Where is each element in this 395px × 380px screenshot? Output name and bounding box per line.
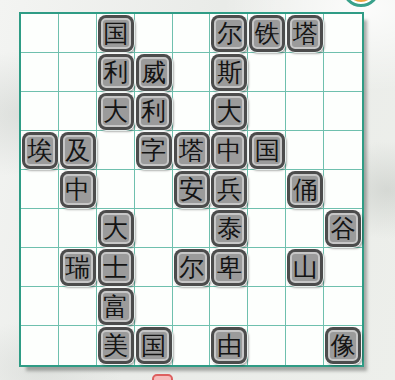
tile-char: 字	[139, 135, 169, 166]
tile-卑[interactable]: 卑	[211, 249, 247, 286]
tile-char: 大	[101, 213, 131, 244]
tile-威[interactable]: 威	[136, 54, 172, 91]
tile-大[interactable]: 大	[98, 210, 134, 247]
tile-中[interactable]: 中	[211, 132, 247, 169]
tile-大[interactable]: 大	[98, 93, 134, 130]
tile-斯[interactable]: 斯	[211, 54, 247, 91]
tile-char: 国	[139, 330, 169, 361]
tile-char: 及	[63, 135, 93, 166]
tile-国[interactable]: 国	[136, 327, 172, 364]
tile-塔[interactable]: 塔	[174, 132, 210, 169]
tile-字[interactable]: 字	[136, 132, 172, 169]
tile-大[interactable]: 大	[211, 93, 247, 130]
tile-char: 由	[214, 330, 244, 361]
tile-国[interactable]: 国	[98, 15, 134, 52]
tile-尔[interactable]: 尔	[174, 249, 210, 286]
tray-tile-peek[interactable]	[152, 374, 173, 380]
tile-利[interactable]: 利	[98, 54, 134, 91]
tile-char: 塔	[290, 18, 320, 49]
tile-char: 瑞	[63, 252, 93, 283]
tile-国[interactable]: 国	[249, 132, 285, 169]
tile-山[interactable]: 山	[287, 249, 323, 286]
tile-兵[interactable]: 兵	[211, 171, 247, 208]
tile-char: 中	[214, 135, 244, 166]
tile-char: 利	[101, 57, 131, 88]
tile-char: 斯	[214, 57, 244, 88]
game-screen: 国尔铁塔利威斯大利大埃及字塔中国中安兵俑大泰谷瑞士尔卑山富美国由像	[0, 0, 395, 380]
tile-char: 兵	[214, 174, 244, 205]
tile-char: 像	[328, 330, 358, 361]
tile-尔[interactable]: 尔	[211, 15, 247, 52]
tile-char: 威	[139, 57, 169, 88]
tile-谷[interactable]: 谷	[325, 210, 361, 247]
circular-button-partial[interactable]	[342, 0, 380, 7]
tile-泰[interactable]: 泰	[211, 210, 247, 247]
puzzle-board: 国尔铁塔利威斯大利大埃及字塔中国中安兵俑大泰谷瑞士尔卑山富美国由像	[19, 12, 364, 367]
tile-char: 山	[290, 252, 320, 283]
tile-char: 泰	[214, 213, 244, 244]
tile-像[interactable]: 像	[325, 327, 361, 364]
tile-char: 安	[177, 174, 207, 205]
tile-由[interactable]: 由	[211, 327, 247, 364]
tile-铁[interactable]: 铁	[249, 15, 285, 52]
tile-char: 美	[101, 330, 131, 361]
tile-埃[interactable]: 埃	[22, 132, 58, 169]
tile-char: 国	[101, 18, 131, 49]
tile-富[interactable]: 富	[98, 288, 134, 325]
tile-塔[interactable]: 塔	[287, 15, 323, 52]
tile-char: 大	[101, 96, 131, 127]
circular-button-ring	[347, 0, 375, 2]
tile-士[interactable]: 士	[98, 249, 134, 286]
tile-利[interactable]: 利	[136, 93, 172, 130]
tile-及[interactable]: 及	[60, 132, 96, 169]
tile-char: 富	[101, 291, 131, 322]
tile-char: 铁	[252, 18, 282, 49]
tile-char: 尔	[214, 18, 244, 49]
tile-char: 中	[63, 174, 93, 205]
tile-char: 大	[214, 96, 244, 127]
tile-俑[interactable]: 俑	[287, 171, 323, 208]
tile-char: 谷	[328, 213, 358, 244]
tile-char: 国	[252, 135, 282, 166]
tile-char: 埃	[25, 135, 55, 166]
tile-char: 士	[101, 252, 131, 283]
tile-美[interactable]: 美	[98, 327, 134, 364]
tile-char: 塔	[177, 135, 207, 166]
tiles-layer: 国尔铁塔利威斯大利大埃及字塔中国中安兵俑大泰谷瑞士尔卑山富美国由像	[21, 14, 362, 365]
tile-中[interactable]: 中	[60, 171, 96, 208]
tile-安[interactable]: 安	[174, 171, 210, 208]
tile-char: 尔	[177, 252, 207, 283]
tile-瑞[interactable]: 瑞	[60, 249, 96, 286]
tile-char: 利	[139, 96, 169, 127]
tile-char: 俑	[290, 174, 320, 205]
tile-char: 卑	[214, 252, 244, 283]
